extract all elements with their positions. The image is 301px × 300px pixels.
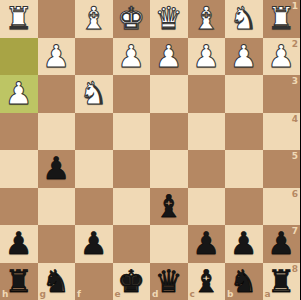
square-b2[interactable]: ♟ (225, 38, 263, 76)
square-d3[interactable] (150, 75, 188, 113)
black-bishop-icon[interactable]: ♝ (192, 263, 220, 300)
black-pawn-icon[interactable]: ♟ (80, 225, 108, 262)
black-knight-icon[interactable]: ♞ (42, 263, 70, 300)
square-a4[interactable]: 4 (263, 113, 301, 151)
square-g6[interactable] (38, 188, 76, 226)
square-g2[interactable]: ♟ (38, 38, 76, 76)
white-rook-icon[interactable]: ♜ (5, 0, 33, 37)
square-a5[interactable]: 5 (263, 150, 301, 188)
white-pawn-icon[interactable]: ♟ (117, 38, 145, 75)
rank-label-4: 4 (292, 115, 298, 124)
square-f2[interactable] (75, 38, 113, 76)
square-f7[interactable]: ♟ (75, 225, 113, 263)
white-pawn-icon[interactable]: ♟ (5, 75, 33, 112)
square-e4[interactable] (113, 113, 151, 151)
square-e1[interactable]: ♚ (113, 0, 151, 38)
square-d4[interactable] (150, 113, 188, 151)
square-c2[interactable]: ♟ (188, 38, 226, 76)
square-c1[interactable]: ♝ (188, 0, 226, 38)
square-c6[interactable] (188, 188, 226, 226)
white-knight-icon[interactable]: ♞ (80, 75, 108, 112)
white-bishop-icon[interactable]: ♝ (192, 0, 220, 37)
square-f4[interactable] (75, 113, 113, 151)
square-e5[interactable] (113, 150, 151, 188)
white-knight-icon[interactable]: ♞ (230, 0, 258, 37)
square-g4[interactable] (38, 113, 76, 151)
black-bishop-icon[interactable]: ♝ (155, 188, 183, 225)
square-d1[interactable]: ♛ (150, 0, 188, 38)
square-h1[interactable]: ♜ (0, 0, 38, 38)
white-pawn-icon[interactable]: ♟ (267, 38, 295, 75)
square-h2[interactable] (0, 38, 38, 76)
square-a7[interactable]: ♟7 (263, 225, 301, 263)
square-f8[interactable]: f (75, 263, 113, 300)
square-e6[interactable] (113, 188, 151, 226)
white-bishop-icon[interactable]: ♝ (80, 0, 108, 37)
black-pawn-icon[interactable]: ♟ (5, 225, 33, 262)
black-knight-icon[interactable]: ♞ (230, 263, 258, 300)
square-a3[interactable]: 3 (263, 75, 301, 113)
square-a1[interactable]: ♜1 (263, 0, 301, 38)
white-pawn-icon[interactable]: ♟ (192, 38, 220, 75)
square-h7[interactable]: ♟ (0, 225, 38, 263)
black-pawn-icon[interactable]: ♟ (267, 225, 295, 262)
square-h3[interactable]: ♟ (0, 75, 38, 113)
square-a2[interactable]: ♟2 (263, 38, 301, 76)
black-rook-icon[interactable]: ♜ (5, 263, 33, 300)
square-g1[interactable] (38, 0, 76, 38)
square-b3[interactable] (225, 75, 263, 113)
square-g5[interactable]: ♟ (38, 150, 76, 188)
square-f6[interactable] (75, 188, 113, 226)
square-h6[interactable] (0, 188, 38, 226)
square-c8[interactable]: ♝c (188, 263, 226, 300)
white-pawn-icon[interactable]: ♟ (230, 38, 258, 75)
square-d6[interactable]: ♝ (150, 188, 188, 226)
square-d5[interactable] (150, 150, 188, 188)
square-e2[interactable]: ♟ (113, 38, 151, 76)
square-g7[interactable] (38, 225, 76, 263)
black-king-icon[interactable]: ♚ (117, 263, 145, 300)
square-d8[interactable]: ♛d (150, 263, 188, 300)
square-a8[interactable]: ♜8a (263, 263, 301, 300)
square-c5[interactable] (188, 150, 226, 188)
rank-label-5: 5 (292, 152, 298, 161)
white-pawn-icon[interactable]: ♟ (42, 38, 70, 75)
black-pawn-icon[interactable]: ♟ (42, 150, 70, 187)
rank-label-6: 6 (292, 190, 298, 199)
square-e3[interactable] (113, 75, 151, 113)
square-c7[interactable]: ♟ (188, 225, 226, 263)
square-e8[interactable]: ♚e (113, 263, 151, 300)
rank-label-3: 3 (292, 77, 298, 86)
square-h4[interactable] (0, 113, 38, 151)
square-a6[interactable]: 6 (263, 188, 301, 226)
square-c4[interactable] (188, 113, 226, 151)
square-b7[interactable]: ♟ (225, 225, 263, 263)
black-queen-icon[interactable]: ♛ (155, 263, 183, 300)
file-label-f: f (77, 290, 81, 299)
square-g3[interactable] (38, 75, 76, 113)
white-king-icon[interactable]: ♚ (117, 0, 145, 37)
white-pawn-icon[interactable]: ♟ (155, 38, 183, 75)
black-rook-icon[interactable]: ♜ (267, 263, 295, 300)
white-queen-icon[interactable]: ♛ (155, 0, 183, 37)
chess-board-container: ♜♝♚♛♝♞♜1♟♟♟♟♟♟2♟♞34♟5♝6♟♟♟♟♟7♜h♞gf♚e♛d♝c… (0, 0, 300, 300)
square-d2[interactable]: ♟ (150, 38, 188, 76)
square-f5[interactable] (75, 150, 113, 188)
square-c3[interactable] (188, 75, 226, 113)
black-pawn-icon[interactable]: ♟ (192, 225, 220, 262)
square-h5[interactable] (0, 150, 38, 188)
chess-board[interactable]: ♜♝♚♛♝♞♜1♟♟♟♟♟♟2♟♞34♟5♝6♟♟♟♟♟7♜h♞gf♚e♛d♝c… (0, 0, 300, 300)
square-h8[interactable]: ♜h (0, 263, 38, 300)
square-b5[interactable] (225, 150, 263, 188)
square-b1[interactable]: ♞ (225, 0, 263, 38)
square-g8[interactable]: ♞g (38, 263, 76, 300)
square-b4[interactable] (225, 113, 263, 151)
white-rook-icon[interactable]: ♜ (267, 0, 295, 37)
square-b6[interactable] (225, 188, 263, 226)
square-b8[interactable]: ♞b (225, 263, 263, 300)
square-f3[interactable]: ♞ (75, 75, 113, 113)
square-e7[interactable] (113, 225, 151, 263)
square-f1[interactable]: ♝ (75, 0, 113, 38)
black-pawn-icon[interactable]: ♟ (230, 225, 258, 262)
square-d7[interactable] (150, 225, 188, 263)
